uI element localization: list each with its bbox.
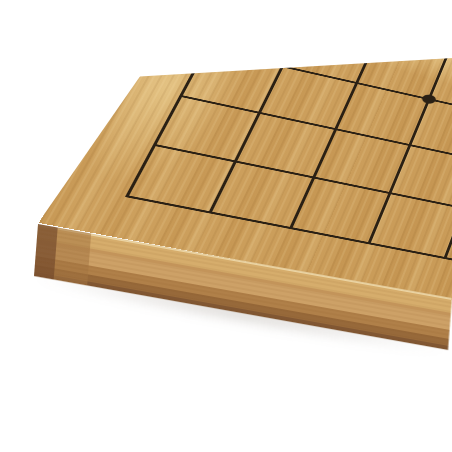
photo-background [0, 0, 452, 452]
